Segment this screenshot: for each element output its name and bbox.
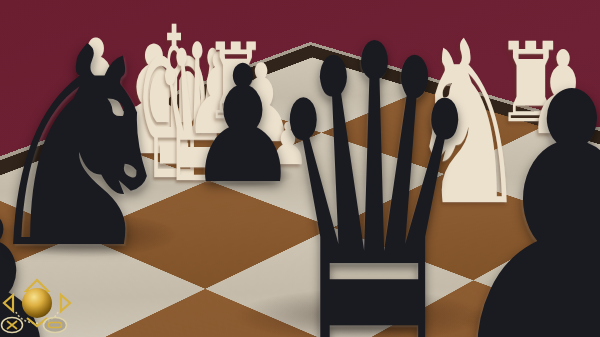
piece-black-knight[interactable]: ♞ xyxy=(0,12,185,287)
move-mode-button[interactable] xyxy=(2,318,23,333)
triangle-right-icon[interactable] xyxy=(61,295,70,311)
triangle-left-icon[interactable] xyxy=(4,295,13,311)
game-scene: ♟♟♚♛♟♜♟♟♞♜♟♟♟♞♛♟ xyxy=(0,0,600,337)
orbit-ball[interactable] xyxy=(22,288,52,318)
camera-navigation-control[interactable] xyxy=(0,276,92,337)
zoom-mode-button[interactable] xyxy=(44,318,67,333)
piece-black-pawn-front[interactable]: ♟ xyxy=(430,44,600,337)
